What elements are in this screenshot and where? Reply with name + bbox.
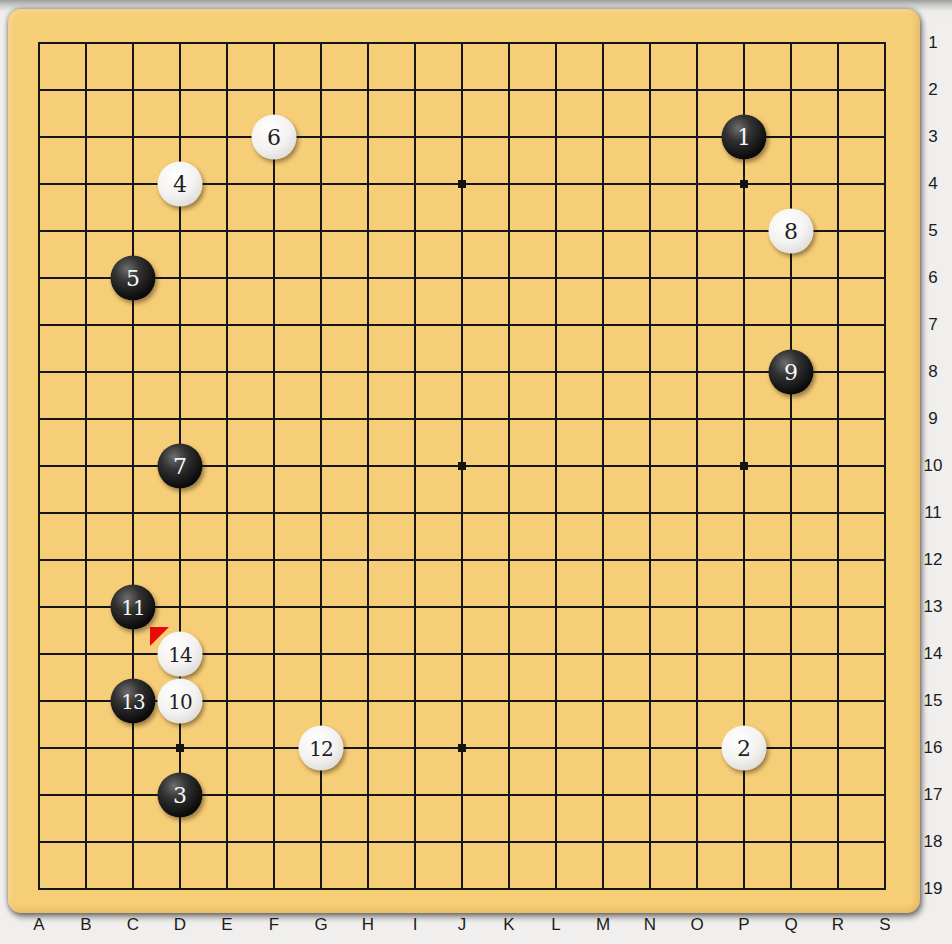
board-point-J13[interactable] (439, 584, 486, 631)
board-point-S18[interactable] (862, 819, 909, 866)
board-point-C12[interactable] (110, 537, 157, 584)
board-point-P7[interactable] (721, 302, 768, 349)
board-point-B1[interactable] (63, 20, 110, 67)
board-point-K9[interactable] (486, 396, 533, 443)
board-point-L14[interactable] (533, 631, 580, 678)
board-point-C1[interactable] (110, 20, 157, 67)
board-point-N18[interactable] (627, 819, 674, 866)
board-point-N8[interactable] (627, 349, 674, 396)
board-point-K12[interactable] (486, 537, 533, 584)
board-point-I5[interactable] (392, 208, 439, 255)
board-point-C13[interactable]: 11 (110, 584, 157, 631)
board-point-D13[interactable] (157, 584, 204, 631)
board-point-K6[interactable] (486, 255, 533, 302)
board-point-P17[interactable] (721, 772, 768, 819)
board-point-F13[interactable] (251, 584, 298, 631)
board-point-F2[interactable] (251, 67, 298, 114)
stone-white-12[interactable]: 12 (299, 726, 344, 771)
board-point-I12[interactable] (392, 537, 439, 584)
board-point-F18[interactable] (251, 819, 298, 866)
board-point-P3[interactable]: 1 (721, 114, 768, 161)
board-point-H6[interactable] (345, 255, 392, 302)
board-point-B14[interactable] (63, 631, 110, 678)
board-point-F4[interactable] (251, 161, 298, 208)
board-point-L10[interactable] (533, 443, 580, 490)
board-point-K1[interactable] (486, 20, 533, 67)
board-point-F5[interactable] (251, 208, 298, 255)
board-point-A19[interactable] (16, 866, 63, 913)
board-point-M9[interactable] (580, 396, 627, 443)
board-point-F8[interactable] (251, 349, 298, 396)
board-point-A14[interactable] (16, 631, 63, 678)
board-point-H12[interactable] (345, 537, 392, 584)
board-point-E1[interactable] (204, 20, 251, 67)
board-point-J1[interactable] (439, 20, 486, 67)
board-point-N13[interactable] (627, 584, 674, 631)
stone-white-2[interactable]: 2 (722, 726, 767, 771)
board-point-N7[interactable] (627, 302, 674, 349)
board-point-J10[interactable] (439, 443, 486, 490)
board-point-P19[interactable] (721, 866, 768, 913)
board-point-B5[interactable] (63, 208, 110, 255)
board-point-R6[interactable] (815, 255, 862, 302)
board-point-E7[interactable] (204, 302, 251, 349)
board-point-E19[interactable] (204, 866, 251, 913)
board-point-J7[interactable] (439, 302, 486, 349)
board-point-D10[interactable]: 7 (157, 443, 204, 490)
board-point-G2[interactable] (298, 67, 345, 114)
board-point-F7[interactable] (251, 302, 298, 349)
board-point-E15[interactable] (204, 678, 251, 725)
board-point-E9[interactable] (204, 396, 251, 443)
board-point-C17[interactable] (110, 772, 157, 819)
board-point-S9[interactable] (862, 396, 909, 443)
board-point-I11[interactable] (392, 490, 439, 537)
board-point-S11[interactable] (862, 490, 909, 537)
board-point-D8[interactable] (157, 349, 204, 396)
board-point-Q15[interactable] (768, 678, 815, 725)
stone-black-3[interactable]: 3 (158, 773, 203, 818)
board-point-S4[interactable] (862, 161, 909, 208)
board-point-S2[interactable] (862, 67, 909, 114)
board-point-I13[interactable] (392, 584, 439, 631)
board-point-Q18[interactable] (768, 819, 815, 866)
stone-white-6[interactable]: 6 (252, 115, 297, 160)
board-point-J16[interactable] (439, 725, 486, 772)
board-point-O2[interactable] (674, 67, 721, 114)
board-point-B6[interactable] (63, 255, 110, 302)
board-point-E18[interactable] (204, 819, 251, 866)
board-point-A8[interactable] (16, 349, 63, 396)
board-point-G7[interactable] (298, 302, 345, 349)
board-point-O16[interactable] (674, 725, 721, 772)
board-point-H15[interactable] (345, 678, 392, 725)
board-point-P14[interactable] (721, 631, 768, 678)
board-point-J15[interactable] (439, 678, 486, 725)
board-point-C4[interactable] (110, 161, 157, 208)
board-point-K3[interactable] (486, 114, 533, 161)
board-point-N19[interactable] (627, 866, 674, 913)
board-point-N3[interactable] (627, 114, 674, 161)
board-point-B2[interactable] (63, 67, 110, 114)
board-point-P18[interactable] (721, 819, 768, 866)
stone-black-5[interactable]: 5 (111, 256, 156, 301)
board-point-G4[interactable] (298, 161, 345, 208)
board-point-L16[interactable] (533, 725, 580, 772)
board-point-H2[interactable] (345, 67, 392, 114)
board-point-N5[interactable] (627, 208, 674, 255)
board-point-J2[interactable] (439, 67, 486, 114)
board-point-K17[interactable] (486, 772, 533, 819)
board-point-D9[interactable] (157, 396, 204, 443)
board-point-C9[interactable] (110, 396, 157, 443)
board-point-I14[interactable] (392, 631, 439, 678)
board-point-A9[interactable] (16, 396, 63, 443)
board-point-G18[interactable] (298, 819, 345, 866)
board-point-J5[interactable] (439, 208, 486, 255)
board-point-G11[interactable] (298, 490, 345, 537)
board-point-N6[interactable] (627, 255, 674, 302)
board-point-A10[interactable] (16, 443, 63, 490)
board-point-J12[interactable] (439, 537, 486, 584)
board-point-P9[interactable] (721, 396, 768, 443)
board-point-I17[interactable] (392, 772, 439, 819)
board-point-G16[interactable]: 12 (298, 725, 345, 772)
board-point-I15[interactable] (392, 678, 439, 725)
board-point-R17[interactable] (815, 772, 862, 819)
board-point-F6[interactable] (251, 255, 298, 302)
board-point-R4[interactable] (815, 161, 862, 208)
board-point-G13[interactable] (298, 584, 345, 631)
board-point-Q1[interactable] (768, 20, 815, 67)
board-point-B8[interactable] (63, 349, 110, 396)
board-point-M15[interactable] (580, 678, 627, 725)
board-point-A15[interactable] (16, 678, 63, 725)
board-point-A7[interactable] (16, 302, 63, 349)
board-point-F15[interactable] (251, 678, 298, 725)
board-point-K11[interactable] (486, 490, 533, 537)
board-point-J17[interactable] (439, 772, 486, 819)
board-point-N10[interactable] (627, 443, 674, 490)
board-point-A1[interactable] (16, 20, 63, 67)
board-point-Q7[interactable] (768, 302, 815, 349)
board-point-J8[interactable] (439, 349, 486, 396)
board-point-B16[interactable] (63, 725, 110, 772)
board-point-M14[interactable] (580, 631, 627, 678)
board-point-P11[interactable] (721, 490, 768, 537)
board-point-K8[interactable] (486, 349, 533, 396)
board-point-E13[interactable] (204, 584, 251, 631)
board-point-A6[interactable] (16, 255, 63, 302)
board-point-M16[interactable] (580, 725, 627, 772)
board-point-B4[interactable] (63, 161, 110, 208)
board-point-N2[interactable] (627, 67, 674, 114)
board-point-P6[interactable] (721, 255, 768, 302)
board-point-G12[interactable] (298, 537, 345, 584)
board-point-K14[interactable] (486, 631, 533, 678)
board-point-P4[interactable] (721, 161, 768, 208)
board-point-G8[interactable] (298, 349, 345, 396)
board-point-A18[interactable] (16, 819, 63, 866)
board-point-Q13[interactable] (768, 584, 815, 631)
board-point-A12[interactable] (16, 537, 63, 584)
board-point-M12[interactable] (580, 537, 627, 584)
board-point-J4[interactable] (439, 161, 486, 208)
board-point-C8[interactable] (110, 349, 157, 396)
board-point-H3[interactable] (345, 114, 392, 161)
board-point-L18[interactable] (533, 819, 580, 866)
board-point-C14[interactable] (110, 631, 157, 678)
board-point-P5[interactable] (721, 208, 768, 255)
board-point-P12[interactable] (721, 537, 768, 584)
board-point-J3[interactable] (439, 114, 486, 161)
board-point-G15[interactable] (298, 678, 345, 725)
board-point-F11[interactable] (251, 490, 298, 537)
board-point-P10[interactable] (721, 443, 768, 490)
board-point-J14[interactable] (439, 631, 486, 678)
board-point-D7[interactable] (157, 302, 204, 349)
board-point-S10[interactable] (862, 443, 909, 490)
board-point-B9[interactable] (63, 396, 110, 443)
board-point-S12[interactable] (862, 537, 909, 584)
board-point-A5[interactable] (16, 208, 63, 255)
board-point-P15[interactable] (721, 678, 768, 725)
board-point-I3[interactable] (392, 114, 439, 161)
board-point-F9[interactable] (251, 396, 298, 443)
board-point-E10[interactable] (204, 443, 251, 490)
board-point-K10[interactable] (486, 443, 533, 490)
board-point-O3[interactable] (674, 114, 721, 161)
board-point-A4[interactable] (16, 161, 63, 208)
board-point-B17[interactable] (63, 772, 110, 819)
board-point-F10[interactable] (251, 443, 298, 490)
board-point-R2[interactable] (815, 67, 862, 114)
board-point-R14[interactable] (815, 631, 862, 678)
stone-black-11[interactable]: 11 (111, 585, 156, 630)
board-point-N12[interactable] (627, 537, 674, 584)
board-point-K16[interactable] (486, 725, 533, 772)
board-point-P13[interactable] (721, 584, 768, 631)
board-point-N17[interactable] (627, 772, 674, 819)
board-point-D2[interactable] (157, 67, 204, 114)
board-point-H5[interactable] (345, 208, 392, 255)
board-point-S6[interactable] (862, 255, 909, 302)
board-point-Q6[interactable] (768, 255, 815, 302)
board-point-R10[interactable] (815, 443, 862, 490)
stone-white-10[interactable]: 10 (158, 679, 203, 724)
board-point-M6[interactable] (580, 255, 627, 302)
board-point-C6[interactable]: 5 (110, 255, 157, 302)
board-point-R7[interactable] (815, 302, 862, 349)
board-point-P16[interactable]: 2 (721, 725, 768, 772)
stone-white-4[interactable]: 4 (158, 162, 203, 207)
board-point-R18[interactable] (815, 819, 862, 866)
board-point-L5[interactable] (533, 208, 580, 255)
board-point-R8[interactable] (815, 349, 862, 396)
board-point-D17[interactable]: 3 (157, 772, 204, 819)
board-point-I6[interactable] (392, 255, 439, 302)
board-point-Q5[interactable]: 8 (768, 208, 815, 255)
board-point-C2[interactable] (110, 67, 157, 114)
board-point-M11[interactable] (580, 490, 627, 537)
board-point-B7[interactable] (63, 302, 110, 349)
board-point-L11[interactable] (533, 490, 580, 537)
board-point-G6[interactable] (298, 255, 345, 302)
board-point-R12[interactable] (815, 537, 862, 584)
board-point-K5[interactable] (486, 208, 533, 255)
board-point-R9[interactable] (815, 396, 862, 443)
board-point-H8[interactable] (345, 349, 392, 396)
board-point-M13[interactable] (580, 584, 627, 631)
board-point-M1[interactable] (580, 20, 627, 67)
board-point-C18[interactable] (110, 819, 157, 866)
board-point-D5[interactable] (157, 208, 204, 255)
board-point-Q17[interactable] (768, 772, 815, 819)
board-point-N11[interactable] (627, 490, 674, 537)
board-point-R13[interactable] (815, 584, 862, 631)
board-point-E5[interactable] (204, 208, 251, 255)
board-point-D16[interactable] (157, 725, 204, 772)
board-point-O9[interactable] (674, 396, 721, 443)
board-point-J6[interactable] (439, 255, 486, 302)
board-point-L3[interactable] (533, 114, 580, 161)
board-point-A11[interactable] (16, 490, 63, 537)
board-point-S17[interactable] (862, 772, 909, 819)
board-point-B11[interactable] (63, 490, 110, 537)
board-point-C10[interactable] (110, 443, 157, 490)
board-point-E11[interactable] (204, 490, 251, 537)
stone-black-9[interactable]: 9 (769, 350, 814, 395)
board-point-F19[interactable] (251, 866, 298, 913)
board-point-H11[interactable] (345, 490, 392, 537)
board-point-B13[interactable] (63, 584, 110, 631)
board-point-Q12[interactable] (768, 537, 815, 584)
board-point-K4[interactable] (486, 161, 533, 208)
board-point-S14[interactable] (862, 631, 909, 678)
board-point-L6[interactable] (533, 255, 580, 302)
board-point-G5[interactable] (298, 208, 345, 255)
board-point-N16[interactable] (627, 725, 674, 772)
board-point-D3[interactable] (157, 114, 204, 161)
board-point-O17[interactable] (674, 772, 721, 819)
board-point-F3[interactable]: 6 (251, 114, 298, 161)
board-point-L19[interactable] (533, 866, 580, 913)
board-point-O19[interactable] (674, 866, 721, 913)
board-point-N14[interactable] (627, 631, 674, 678)
board-point-N4[interactable] (627, 161, 674, 208)
board-point-L13[interactable] (533, 584, 580, 631)
board-point-L4[interactable] (533, 161, 580, 208)
board-point-O14[interactable] (674, 631, 721, 678)
board-point-E14[interactable] (204, 631, 251, 678)
board-point-R15[interactable] (815, 678, 862, 725)
board-point-J9[interactable] (439, 396, 486, 443)
board-point-L12[interactable] (533, 537, 580, 584)
board-point-P8[interactable] (721, 349, 768, 396)
stone-black-13[interactable]: 13 (111, 679, 156, 724)
board-point-F1[interactable] (251, 20, 298, 67)
board-point-K15[interactable] (486, 678, 533, 725)
stone-black-1[interactable]: 1 (722, 115, 767, 160)
board-point-D4[interactable]: 4 (157, 161, 204, 208)
board-point-O5[interactable] (674, 208, 721, 255)
board-point-R5[interactable] (815, 208, 862, 255)
stone-white-8[interactable]: 8 (769, 209, 814, 254)
board-point-R19[interactable] (815, 866, 862, 913)
board-point-B12[interactable] (63, 537, 110, 584)
board-point-O13[interactable] (674, 584, 721, 631)
board-point-G10[interactable] (298, 443, 345, 490)
board-point-E8[interactable] (204, 349, 251, 396)
board-point-E2[interactable] (204, 67, 251, 114)
board-point-Q11[interactable] (768, 490, 815, 537)
board-point-Q9[interactable] (768, 396, 815, 443)
board-point-I4[interactable] (392, 161, 439, 208)
board-point-I8[interactable] (392, 349, 439, 396)
board-point-I19[interactable] (392, 866, 439, 913)
board-point-C5[interactable] (110, 208, 157, 255)
board-point-R1[interactable] (815, 20, 862, 67)
board-point-S3[interactable] (862, 114, 909, 161)
board-point-H4[interactable] (345, 161, 392, 208)
board-point-Q14[interactable] (768, 631, 815, 678)
board-point-I10[interactable] (392, 443, 439, 490)
board-point-G14[interactable] (298, 631, 345, 678)
board-point-M8[interactable] (580, 349, 627, 396)
board-point-O10[interactable] (674, 443, 721, 490)
board-point-A13[interactable] (16, 584, 63, 631)
board-point-D15[interactable]: 10 (157, 678, 204, 725)
board-point-O18[interactable] (674, 819, 721, 866)
board-point-D14[interactable]: 14 (157, 631, 204, 678)
board-point-M2[interactable] (580, 67, 627, 114)
board-point-J19[interactable] (439, 866, 486, 913)
board-point-C19[interactable] (110, 866, 157, 913)
board-point-G3[interactable] (298, 114, 345, 161)
board-point-S15[interactable] (862, 678, 909, 725)
board-point-K7[interactable] (486, 302, 533, 349)
board-point-C11[interactable] (110, 490, 157, 537)
board-point-I2[interactable] (392, 67, 439, 114)
board-point-Q19[interactable] (768, 866, 815, 913)
stone-black-7[interactable]: 7 (158, 444, 203, 489)
board-point-B18[interactable] (63, 819, 110, 866)
board-point-I9[interactable] (392, 396, 439, 443)
board-point-H19[interactable] (345, 866, 392, 913)
board-point-A2[interactable] (16, 67, 63, 114)
board-point-S1[interactable] (862, 20, 909, 67)
board-point-C15[interactable]: 13 (110, 678, 157, 725)
board-point-G1[interactable] (298, 20, 345, 67)
board-point-H9[interactable] (345, 396, 392, 443)
board-point-S13[interactable] (862, 584, 909, 631)
board-point-K18[interactable] (486, 819, 533, 866)
board-point-G17[interactable] (298, 772, 345, 819)
board-point-S19[interactable] (862, 866, 909, 913)
board-point-E4[interactable] (204, 161, 251, 208)
board-point-D1[interactable] (157, 20, 204, 67)
board-point-H14[interactable] (345, 631, 392, 678)
board-point-O6[interactable] (674, 255, 721, 302)
board-point-M10[interactable] (580, 443, 627, 490)
board-point-E3[interactable] (204, 114, 251, 161)
board-point-B15[interactable] (63, 678, 110, 725)
board-point-K19[interactable] (486, 866, 533, 913)
board-point-R16[interactable] (815, 725, 862, 772)
board-point-H1[interactable] (345, 20, 392, 67)
board-point-F16[interactable] (251, 725, 298, 772)
board-point-G9[interactable] (298, 396, 345, 443)
